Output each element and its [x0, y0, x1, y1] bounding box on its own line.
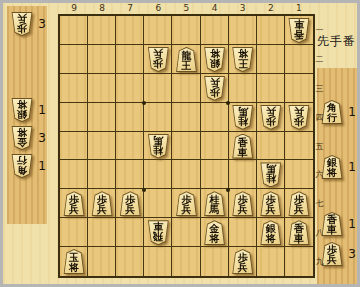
- piece-kanji: 歩兵: [289, 192, 309, 215]
- file-label-6: 6: [144, 3, 172, 14]
- hand-gote-角行-count: 1: [36, 154, 48, 178]
- square-4九[interactable]: [201, 247, 229, 276]
- piece-body: 歩兵: [11, 12, 33, 36]
- rank-label-九: 九: [314, 247, 325, 276]
- hoshi-dot: [142, 188, 146, 192]
- square-2五[interactable]: [257, 132, 285, 161]
- piece-kanji: 金将: [205, 221, 225, 244]
- square-3八[interactable]: [229, 218, 257, 247]
- hoshi-dot: [226, 101, 230, 105]
- piece-body: 歩兵: [232, 249, 254, 274]
- piece-body: 桂馬: [147, 134, 169, 159]
- piece-kanji: 香車: [322, 213, 342, 235]
- piece-body: 歩兵: [119, 191, 141, 216]
- piece-sente-歩兵-8七[interactable]: 歩兵: [91, 191, 113, 216]
- piece-kanji: 歩兵: [176, 192, 196, 215]
- piece-gote-桂馬-3四[interactable]: 桂馬: [232, 105, 254, 130]
- piece-sente-玉将-9九[interactable]: 玉将: [63, 249, 85, 274]
- piece-kanji: 香車: [233, 135, 253, 158]
- square-6一[interactable]: [144, 16, 172, 45]
- piece-sente-銀将-2八[interactable]: 銀将: [260, 220, 282, 245]
- hand-sente-香車-count: 1: [346, 212, 358, 236]
- hoshi-dot: [142, 101, 146, 105]
- piece-body: 歩兵: [232, 191, 254, 216]
- square-2一[interactable]: [257, 16, 285, 45]
- square-5一[interactable]: [172, 16, 200, 45]
- hand-sente-銀将-count: 1: [346, 155, 358, 179]
- piece-kanji: 歩兵: [148, 48, 168, 71]
- square-8六[interactable]: [88, 160, 116, 189]
- square-7三[interactable]: [116, 74, 144, 103]
- piece-body: 龍王: [175, 47, 197, 72]
- piece-sente-香車-1八[interactable]: 香車: [288, 220, 310, 245]
- piece-kanji: 歩兵: [92, 192, 112, 215]
- piece-body: 歩兵: [260, 191, 282, 216]
- piece-body: 香車: [288, 220, 310, 245]
- piece-sente-歩兵-3九[interactable]: 歩兵: [232, 249, 254, 274]
- piece-kanji: 歩兵: [261, 192, 281, 215]
- shogi-app-background: 先手番 香車歩兵龍王銀将王将歩兵桂馬歩兵歩兵桂馬香車桂馬歩兵歩兵歩兵歩兵桂馬歩兵…: [3, 3, 357, 284]
- square-3一[interactable]: [229, 16, 257, 45]
- piece-kanji: 香車: [289, 19, 309, 42]
- piece-body: 桂馬: [204, 191, 226, 216]
- piece-gote-歩兵-4三[interactable]: 歩兵: [204, 76, 226, 101]
- piece-body: 歩兵: [175, 191, 197, 216]
- piece-kanji: 香車: [289, 221, 309, 244]
- piece-kanji: 歩兵: [322, 243, 342, 265]
- piece-kanji: 歩兵: [233, 250, 253, 273]
- square-1三[interactable]: [285, 74, 313, 103]
- piece-body: 歩兵: [288, 191, 310, 216]
- hand-sente-角行-count: 1: [346, 100, 358, 124]
- square-9四[interactable]: [60, 103, 88, 132]
- piece-kanji: 銀将: [205, 48, 225, 71]
- hoshi-dot: [226, 188, 230, 192]
- hand-gote-角行[interactable]: 角行: [11, 154, 33, 178]
- piece-kanji: 桂馬: [233, 106, 253, 129]
- square-9一[interactable]: [60, 16, 88, 45]
- piece-kanji: 歩兵: [120, 192, 140, 215]
- piece-kanji: 飛車: [148, 221, 168, 244]
- file-label-9: 9: [60, 3, 88, 14]
- piece-body: 香車: [288, 18, 310, 43]
- rank-label-四: 四: [314, 103, 325, 132]
- piece-body: 歩兵: [260, 105, 282, 130]
- piece-kanji: 角行: [322, 101, 342, 123]
- file-label-7: 7: [116, 3, 144, 14]
- rank-label-三: 三: [314, 74, 325, 103]
- square-8四[interactable]: [88, 103, 116, 132]
- square-8三[interactable]: [88, 74, 116, 103]
- piece-kanji: 龍王: [176, 48, 196, 71]
- piece-sente-歩兵-3七[interactable]: 歩兵: [232, 191, 254, 216]
- rank-label-八: 八: [314, 218, 325, 247]
- piece-kanji: 桂馬: [261, 163, 281, 186]
- piece-kanji: 王将: [233, 48, 253, 71]
- file-label-8: 8: [88, 3, 116, 14]
- piece-kanji: 玉将: [64, 250, 84, 273]
- piece-body: 玉将: [63, 249, 85, 274]
- piece-body: 歩兵: [147, 47, 169, 72]
- piece-kanji: 歩兵: [205, 77, 225, 100]
- hand-gote-歩兵-count: 3: [36, 12, 48, 36]
- piece-gote-歩兵-2四[interactable]: 歩兵: [260, 105, 282, 130]
- square-5五[interactable]: [172, 132, 200, 161]
- piece-kanji: 角行: [12, 155, 32, 177]
- piece-body: 歩兵: [63, 191, 85, 216]
- piece-body: 香車: [232, 134, 254, 159]
- piece-sente-歩兵-1七[interactable]: 歩兵: [288, 191, 310, 216]
- square-4五[interactable]: [201, 132, 229, 161]
- square-2九[interactable]: [257, 247, 285, 276]
- piece-gote-桂馬-2六[interactable]: 桂馬: [260, 162, 282, 187]
- piece-sente-龍王-5二[interactable]: 龍王: [175, 47, 197, 72]
- piece-gote-王将-3二[interactable]: 王将: [232, 47, 254, 72]
- piece-body: 歩兵: [288, 105, 310, 130]
- square-2三[interactable]: [257, 74, 285, 103]
- piece-body: 桂馬: [260, 162, 282, 187]
- hand-gote-金将[interactable]: 金将: [11, 126, 33, 150]
- rank-label-五: 五: [314, 132, 325, 161]
- piece-gote-香車-1一[interactable]: 香車: [288, 18, 310, 43]
- piece-body: 銀将: [11, 98, 33, 122]
- piece-sente-歩兵-9七[interactable]: 歩兵: [63, 191, 85, 216]
- square-7五[interactable]: [116, 132, 144, 161]
- square-4四[interactable]: [201, 103, 229, 132]
- piece-body: 銀将: [204, 47, 226, 72]
- piece-kanji: 銀将: [12, 99, 32, 121]
- square-8九[interactable]: [88, 247, 116, 276]
- square-9三[interactable]: [60, 74, 88, 103]
- square-8五[interactable]: [88, 132, 116, 161]
- piece-kanji: 歩兵: [289, 106, 309, 129]
- piece-body: 飛車: [147, 220, 169, 245]
- square-8二[interactable]: [88, 45, 116, 74]
- square-4一[interactable]: [201, 16, 229, 45]
- piece-sente-歩兵-7七[interactable]: 歩兵: [119, 191, 141, 216]
- piece-sente-桂馬-4七[interactable]: 桂馬: [204, 191, 226, 216]
- square-9八[interactable]: [60, 218, 88, 247]
- piece-body: 金将: [204, 220, 226, 245]
- piece-sente-歩兵-2七[interactable]: 歩兵: [260, 191, 282, 216]
- piece-body: 桂馬: [232, 105, 254, 130]
- piece-body: 金将: [11, 126, 33, 150]
- square-7八[interactable]: [116, 218, 144, 247]
- rank-label-七: 七: [314, 189, 325, 218]
- square-1六[interactable]: [285, 160, 313, 189]
- square-7九[interactable]: [116, 247, 144, 276]
- square-6六[interactable]: [144, 160, 172, 189]
- square-5三[interactable]: [172, 74, 200, 103]
- square-9二[interactable]: [60, 45, 88, 74]
- piece-kanji: 桂馬: [205, 192, 225, 215]
- square-6九[interactable]: [144, 247, 172, 276]
- piece-body: 角行: [11, 154, 33, 178]
- square-3三[interactable]: [229, 74, 257, 103]
- square-3六[interactable]: [229, 160, 257, 189]
- square-1五[interactable]: [285, 132, 313, 161]
- piece-kanji: 桂馬: [148, 135, 168, 158]
- rank-label-六: 六: [314, 160, 325, 189]
- square-7二[interactable]: [116, 45, 144, 74]
- square-6七[interactable]: [144, 189, 172, 218]
- piece-sente-香車-3五[interactable]: 香車: [232, 134, 254, 159]
- piece-kanji: 歩兵: [261, 106, 281, 129]
- square-6四[interactable]: [144, 103, 172, 132]
- square-8一[interactable]: [88, 16, 116, 45]
- square-8八[interactable]: [88, 218, 116, 247]
- piece-gote-飛車-6八[interactable]: 飛車: [147, 220, 169, 245]
- piece-sente-金将-4八[interactable]: 金将: [204, 220, 226, 245]
- square-7一[interactable]: [116, 16, 144, 45]
- piece-gote-歩兵-6二[interactable]: 歩兵: [147, 47, 169, 72]
- square-5四[interactable]: [172, 103, 200, 132]
- file-label-4: 4: [201, 3, 229, 14]
- piece-kanji: 銀将: [322, 156, 342, 178]
- rank-label-一: 一: [314, 16, 325, 45]
- piece-kanji: 金将: [12, 127, 32, 149]
- square-6三[interactable]: [144, 74, 172, 103]
- piece-body: 歩兵: [91, 191, 113, 216]
- piece-gote-歩兵-1四[interactable]: 歩兵: [288, 105, 310, 130]
- file-label-1: 1: [285, 3, 313, 14]
- piece-body: 歩兵: [204, 76, 226, 101]
- piece-body: 銀将: [260, 220, 282, 245]
- square-9五[interactable]: [60, 132, 88, 161]
- piece-body: 王将: [232, 47, 254, 72]
- file-label-2: 2: [257, 3, 285, 14]
- piece-kanji: 歩兵: [233, 192, 253, 215]
- square-1二[interactable]: [285, 45, 313, 74]
- piece-sente-歩兵-5七[interactable]: 歩兵: [175, 191, 197, 216]
- square-9六[interactable]: [60, 160, 88, 189]
- hand-gote-歩兵[interactable]: 歩兵: [11, 12, 33, 36]
- piece-gote-銀将-4二[interactable]: 銀将: [204, 47, 226, 72]
- piece-gote-桂馬-6五[interactable]: 桂馬: [147, 134, 169, 159]
- hand-gote-銀将[interactable]: 銀将: [11, 98, 33, 122]
- hand-sente-歩兵-count: 3: [346, 242, 358, 266]
- square-7四[interactable]: [116, 103, 144, 132]
- square-5九[interactable]: [172, 247, 200, 276]
- piece-kanji: 歩兵: [12, 13, 32, 35]
- square-4六[interactable]: [201, 160, 229, 189]
- hand-gote-銀将-count: 1: [36, 98, 48, 122]
- file-label-5: 5: [172, 3, 200, 14]
- piece-kanji: 歩兵: [64, 192, 84, 215]
- square-5八[interactable]: [172, 218, 200, 247]
- square-5六[interactable]: [172, 160, 200, 189]
- square-7六[interactable]: [116, 160, 144, 189]
- square-1九[interactable]: [285, 247, 313, 276]
- rank-label-二: 二: [314, 45, 325, 74]
- piece-kanji: 銀将: [261, 221, 281, 244]
- square-2二[interactable]: [257, 45, 285, 74]
- file-label-3: 3: [229, 3, 257, 14]
- hand-gote-金将-count: 3: [36, 126, 48, 150]
